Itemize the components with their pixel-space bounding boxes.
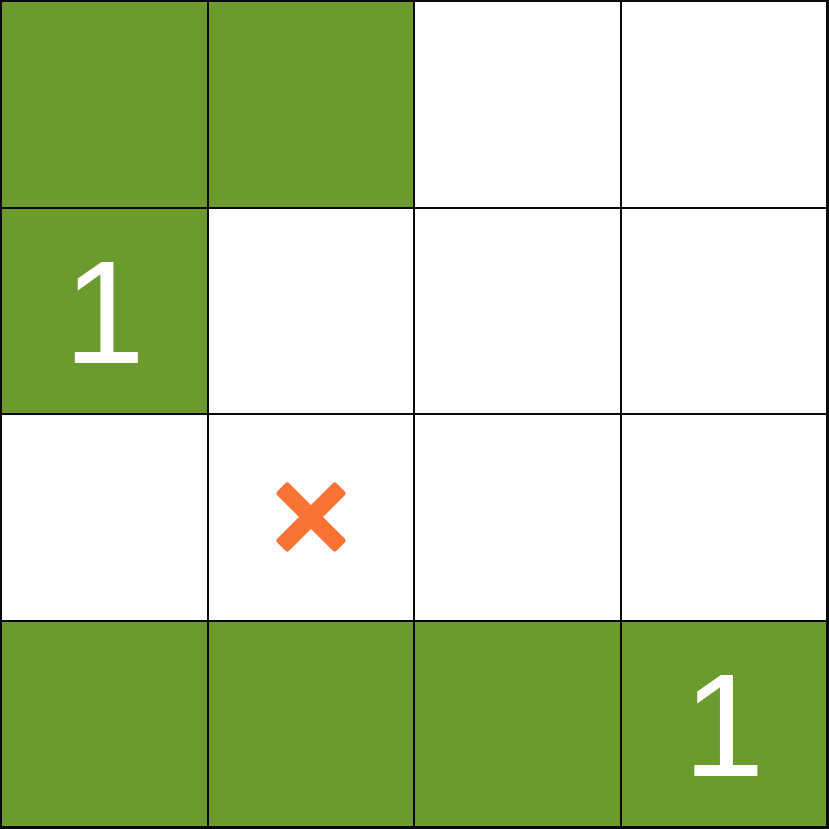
cell-clue-number: 1 bbox=[64, 240, 145, 386]
cell-r1c2[interactable] bbox=[415, 209, 620, 414]
cell-r2c1[interactable] bbox=[209, 415, 414, 620]
cell-r0c1[interactable] bbox=[209, 2, 414, 207]
cell-r2c3[interactable] bbox=[622, 415, 827, 620]
cell-r1c3[interactable] bbox=[622, 209, 827, 414]
x-mark-icon bbox=[280, 486, 342, 548]
cell-clue-number: 1 bbox=[683, 653, 764, 799]
puzzle-board: 1 bbox=[0, 0, 829, 829]
cell-r3c2[interactable] bbox=[415, 622, 620, 827]
cell-r1c0[interactable]: 1 bbox=[2, 209, 207, 414]
cell-r0c2[interactable] bbox=[415, 2, 620, 207]
cell-r3c0[interactable] bbox=[2, 622, 207, 827]
cell-r0c0[interactable] bbox=[2, 2, 207, 207]
cell-r0c3[interactable] bbox=[622, 2, 827, 207]
puzzle-screen: 1 bbox=[0, 0, 829, 829]
cell-r2c2[interactable] bbox=[415, 415, 620, 620]
cell-r2c0[interactable] bbox=[2, 415, 207, 620]
cell-r1c1[interactable] bbox=[209, 209, 414, 414]
cell-r3c3[interactable]: 1 bbox=[622, 622, 827, 827]
cell-r3c1[interactable] bbox=[209, 622, 414, 827]
